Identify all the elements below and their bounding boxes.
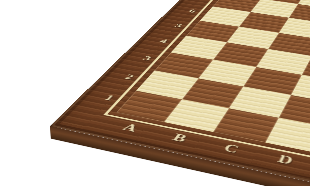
product-photo-background: 12345678 ABCDEFGH	[0, 0, 310, 186]
rank-label-1: 1	[102, 93, 116, 102]
rank-label-6: 6	[187, 8, 197, 14]
file-label-C: C	[221, 142, 242, 156]
chess-board: 12345678 ABCDEFGH	[50, 0, 310, 186]
file-label-A: A	[120, 122, 141, 135]
rank-label-5: 5	[173, 23, 184, 29]
file-label-B: B	[170, 132, 190, 145]
rank-label-3: 3	[141, 55, 153, 62]
rank-label-2: 2	[123, 73, 136, 81]
rank-label-4: 4	[158, 38, 169, 45]
file-label-D: D	[276, 153, 296, 167]
inlay-border	[103, 0, 310, 186]
